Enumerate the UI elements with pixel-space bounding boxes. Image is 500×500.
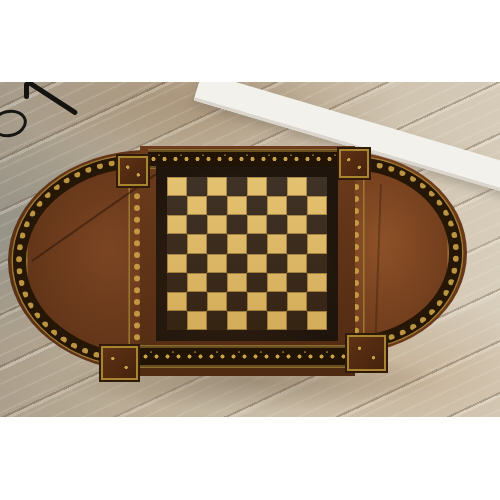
square-b6: [187, 215, 207, 234]
square-a4: [167, 254, 187, 273]
letterbox-bottom: [0, 417, 500, 500]
square-h5: [307, 234, 327, 253]
square-h4: [307, 254, 327, 273]
square-h7: [307, 196, 327, 215]
square-g4: [287, 254, 307, 273]
square-f7: [267, 196, 287, 215]
square-d2: [227, 292, 247, 311]
square-g7: [287, 196, 307, 215]
square-f2: [267, 292, 287, 311]
square-c4: [207, 254, 227, 273]
square-a3: [167, 273, 187, 292]
square-a1: [167, 311, 187, 330]
chessboard-panel: [156, 166, 338, 341]
square-b8: [187, 177, 207, 196]
square-e5: [247, 234, 267, 253]
square-h6: [307, 215, 327, 234]
square-c5: [207, 234, 227, 253]
square-g5: [287, 234, 307, 253]
square-b4: [187, 254, 207, 273]
square-d7: [227, 196, 247, 215]
square-b3: [187, 273, 207, 292]
corner-block-bottom-right: [347, 335, 386, 371]
square-e2: [247, 292, 267, 311]
square-a7: [167, 196, 187, 215]
square-e4: [247, 254, 267, 273]
square-f3: [267, 273, 287, 292]
square-c3: [207, 273, 227, 292]
metal-rod-short-icon: [24, 82, 29, 99]
square-h8: [307, 177, 327, 196]
square-d5: [227, 234, 247, 253]
square-d3: [227, 273, 247, 292]
photo: [0, 82, 500, 417]
corner-block-top-right: [339, 149, 369, 178]
square-e6: [247, 215, 267, 234]
square-a2: [167, 292, 187, 311]
corner-block-bottom-left: [101, 346, 138, 380]
square-g3: [287, 273, 307, 292]
square-f4: [267, 254, 287, 273]
square-c2: [207, 292, 227, 311]
square-h1: [307, 311, 327, 330]
letterbox-top: [0, 0, 500, 82]
square-c1: [207, 311, 227, 330]
square-e7: [247, 196, 267, 215]
square-b7: [187, 196, 207, 215]
square-b1: [187, 311, 207, 330]
square-h2: [307, 292, 327, 311]
square-g2: [287, 292, 307, 311]
square-c7: [207, 196, 227, 215]
square-e8: [247, 177, 267, 196]
square-f5: [267, 234, 287, 253]
square-b2: [187, 292, 207, 311]
square-f8: [267, 177, 287, 196]
corner-block-top-left: [118, 156, 148, 186]
square-e3: [247, 273, 267, 292]
square-d1: [227, 311, 247, 330]
square-c6: [207, 215, 227, 234]
brass-frieze-bottom: [140, 345, 352, 368]
square-d8: [227, 177, 247, 196]
chessboard-grid: [167, 177, 327, 330]
square-a6: [167, 215, 187, 234]
square-f6: [267, 215, 287, 234]
square-h3: [307, 273, 327, 292]
square-d4: [227, 254, 247, 273]
square-f1: [267, 311, 287, 330]
square-d6: [227, 215, 247, 234]
square-g8: [287, 177, 307, 196]
square-e1: [247, 311, 267, 330]
square-a8: [167, 177, 187, 196]
photo-stage: [0, 0, 500, 500]
square-b5: [187, 234, 207, 253]
square-g6: [287, 215, 307, 234]
square-g1: [287, 311, 307, 330]
square-c8: [207, 177, 227, 196]
square-a5: [167, 234, 187, 253]
